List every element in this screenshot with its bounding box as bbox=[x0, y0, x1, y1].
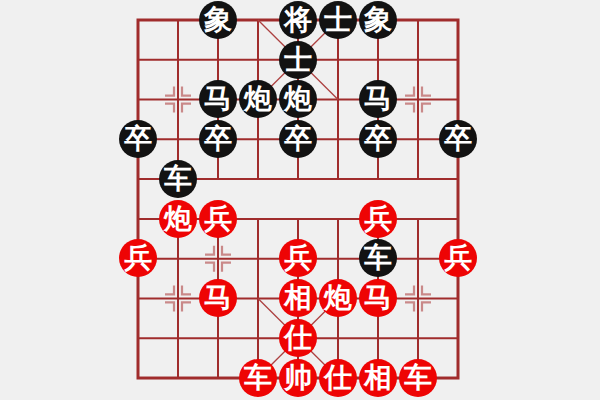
piece-red-horse[interactable]: 马 bbox=[199, 279, 237, 317]
piece-black-general[interactable]: 将 bbox=[279, 1, 317, 39]
xiangqi-app: 象将士象士马炮炮马卒卒卒卒卒车炮兵兵兵兵车兵马相炮马仕车帅仕相车 bbox=[0, 0, 600, 400]
piece-black-horse[interactable]: 马 bbox=[199, 80, 237, 118]
piece-red-soldier[interactable]: 兵 bbox=[119, 239, 157, 277]
piece-black-chariot[interactable]: 车 bbox=[359, 239, 397, 277]
piece-red-cannon[interactable]: 炮 bbox=[159, 200, 197, 238]
piece-black-elephant[interactable]: 象 bbox=[199, 1, 237, 39]
piece-black-cannon[interactable]: 炮 bbox=[279, 80, 317, 118]
piece-red-soldier[interactable]: 兵 bbox=[199, 200, 237, 238]
piece-black-chariot[interactable]: 车 bbox=[159, 160, 197, 198]
piece-red-soldier[interactable]: 兵 bbox=[279, 239, 317, 277]
piece-grid: 象将士象士马炮炮马卒卒卒卒卒车炮兵兵兵兵车兵马相炮马仕车帅仕相车 bbox=[118, 0, 478, 398]
piece-black-soldier[interactable]: 卒 bbox=[199, 120, 237, 158]
piece-red-chariot[interactable]: 车 bbox=[399, 359, 437, 397]
piece-red-soldier[interactable]: 兵 bbox=[439, 239, 477, 277]
piece-red-cannon[interactable]: 炮 bbox=[319, 279, 357, 317]
piece-black-soldier[interactable]: 卒 bbox=[359, 120, 397, 158]
piece-red-chariot[interactable]: 车 bbox=[239, 359, 277, 397]
piece-black-soldier[interactable]: 卒 bbox=[279, 120, 317, 158]
piece-red-advisor[interactable]: 仕 bbox=[319, 359, 357, 397]
piece-red-soldier[interactable]: 兵 bbox=[359, 200, 397, 238]
piece-black-soldier[interactable]: 卒 bbox=[119, 120, 157, 158]
piece-black-horse[interactable]: 马 bbox=[359, 80, 397, 118]
piece-red-advisor[interactable]: 仕 bbox=[279, 319, 317, 357]
piece-black-elephant[interactable]: 象 bbox=[359, 1, 397, 39]
piece-red-general[interactable]: 帅 bbox=[279, 359, 317, 397]
piece-black-advisor[interactable]: 士 bbox=[319, 1, 357, 39]
piece-black-soldier[interactable]: 卒 bbox=[439, 120, 477, 158]
piece-red-horse[interactable]: 马 bbox=[359, 279, 397, 317]
piece-red-elephant[interactable]: 相 bbox=[279, 279, 317, 317]
piece-red-elephant[interactable]: 相 bbox=[359, 359, 397, 397]
piece-black-cannon[interactable]: 炮 bbox=[239, 80, 277, 118]
piece-black-advisor[interactable]: 士 bbox=[279, 41, 317, 79]
